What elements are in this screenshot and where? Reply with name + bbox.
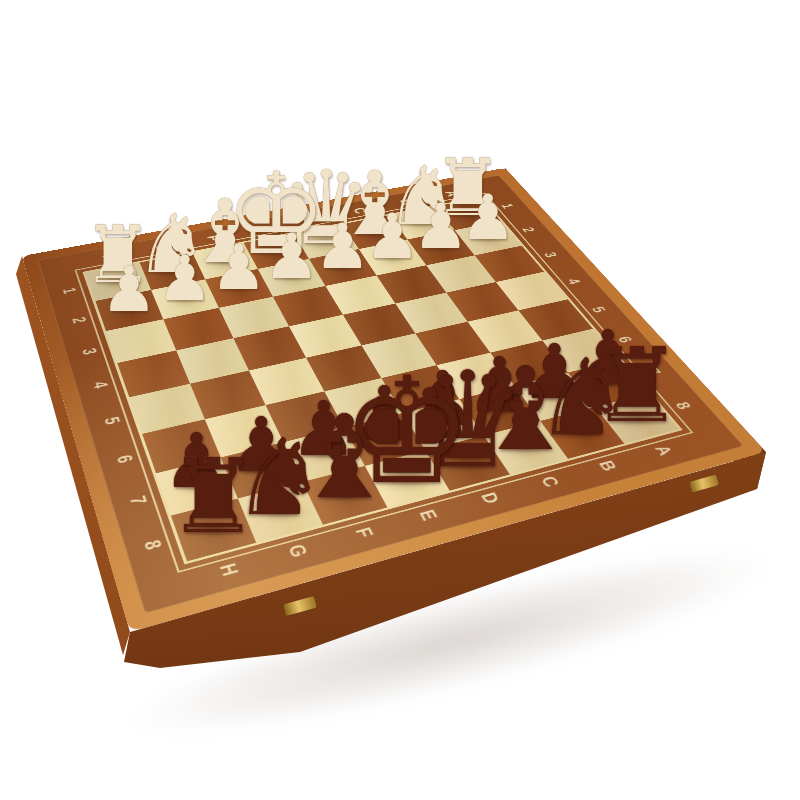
chess-set-photo: HH11GG22FF33EE44DD55CC66BB77AA88 ♜♞♝♛♚♝♞… bbox=[0, 0, 800, 800]
piece-white-pawn[interactable]: ♟ bbox=[92, 259, 167, 321]
piece-black-rook[interactable]: ♜ bbox=[151, 445, 275, 548]
